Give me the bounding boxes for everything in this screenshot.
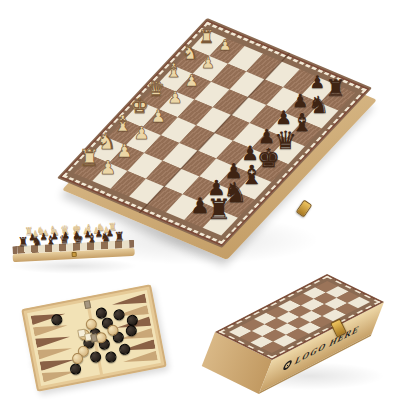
- dark-checker: [69, 362, 82, 375]
- brass-clasp-main-board: [296, 199, 313, 217]
- dark-checker: [105, 351, 118, 364]
- hinge-icon: [90, 334, 97, 343]
- dark-checker: [113, 308, 126, 321]
- dark-chess-piece: ♜: [189, 197, 248, 225]
- dark-checker: [89, 351, 102, 364]
- dark-checker: [50, 313, 63, 326]
- mini-front-view-board: ♜♞♝♛♚♝♞♜♟♟♟♟♟♟♟♟♟♟♟♟♟♟♟♟♜♞♝♛♚♝♞♜: [11, 221, 135, 262]
- product-photo-stage: ♜♟♟♜♞♟♟♞♝♟♟♝♛♟♟♛♚♟♟♚♝♟♟♝♞♟♟♞♜♟♟♜ ♜♞♝♛♚♝♞…: [0, 0, 400, 400]
- logo-mark-icon: [282, 358, 293, 371]
- main-chess-board: ♜♟♟♜♞♟♟♞♝♟♟♝♛♟♟♛♚♟♟♚♝♟♟♝♞♟♟♞♜♟♟♜: [57, 18, 372, 248]
- dark-checker: [125, 324, 138, 337]
- board-square: ♜: [203, 210, 238, 236]
- backgammon-open-box: [21, 284, 167, 392]
- hinge-icon: [84, 300, 91, 309]
- dark-checker: [118, 343, 131, 356]
- brass-clasp-mini-board: [72, 252, 77, 257]
